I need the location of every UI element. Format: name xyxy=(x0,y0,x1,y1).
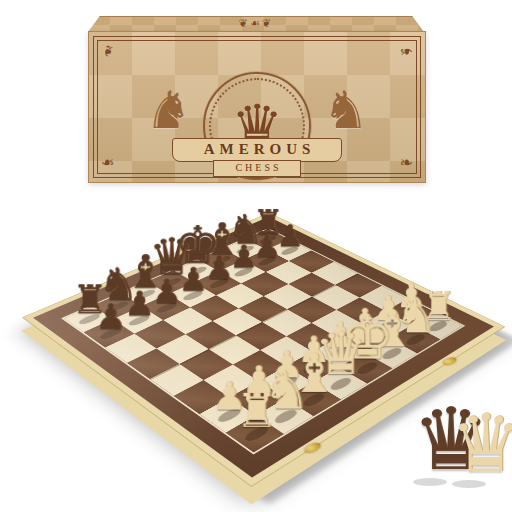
square-d5 xyxy=(212,308,262,335)
square-d6 xyxy=(190,295,239,321)
dark-pawn-icon: ♟ xyxy=(152,274,182,307)
dark-pawn-icon: ♟ xyxy=(204,251,233,283)
corner-flourish-icon: ❧ xyxy=(400,43,413,59)
dark-pawn-icon: ♟ xyxy=(124,286,154,320)
dark-pawn-icon: ♟ xyxy=(95,299,126,334)
chessboard: ♜♞♝♛♚♝♞♜♟♟♟♟♟♟♟♟♟♟♟♟♟♟♟♟♜♞♝♛♚♝♞♜ xyxy=(61,228,465,455)
subtitle-ribbon: CHESS xyxy=(213,160,301,177)
corner-flourish-icon: ❧ xyxy=(101,155,114,171)
brand-banner: AMEROUS xyxy=(172,138,342,162)
knight-helmet-icon: ♞ xyxy=(145,84,192,136)
lid-ornament-icon: ❦☙❦ xyxy=(88,16,424,31)
knight-helmet-icon: ♞ xyxy=(322,84,369,136)
corner-flourish-icon: ❧ xyxy=(99,43,117,59)
box-lid-top: ❦☙❦ xyxy=(88,16,424,32)
spare-light-queen: ♛ xyxy=(450,404,512,484)
light-rook-icon: ♜ xyxy=(235,387,277,434)
dark-pawn-icon: ♟ xyxy=(179,263,208,296)
chess-box: ❧ ❧ ❧ ❧ ♞ ♞ ♛ AMEROUS CHESS xyxy=(88,31,426,183)
square-a1: ♜ xyxy=(226,415,284,452)
corner-flourish-icon: ❧ xyxy=(400,155,413,171)
